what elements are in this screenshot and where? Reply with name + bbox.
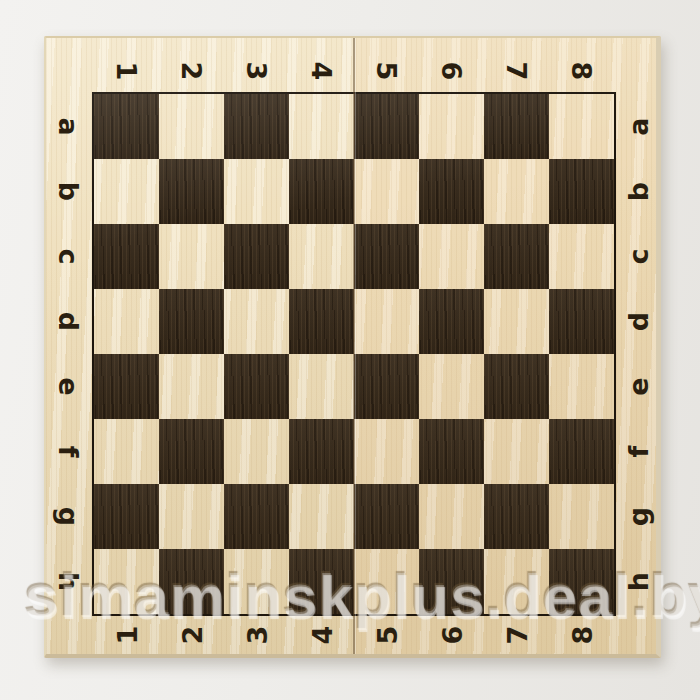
rank-label-bottom-1: 1: [108, 603, 146, 668]
square-f1: [94, 419, 159, 484]
square-b4: [289, 159, 354, 224]
file-labels-right: abcdefgh: [618, 94, 658, 614]
square-e7: [484, 354, 549, 419]
square-f6: [419, 419, 484, 484]
square-g4: [289, 484, 354, 549]
file-label-left-f: f: [36, 430, 101, 474]
file-label-left-b: b: [36, 170, 101, 214]
square-b8: [549, 159, 614, 224]
square-f8: [549, 419, 614, 484]
rank-label-bottom-8: 8: [563, 603, 601, 668]
square-g7: [484, 484, 549, 549]
rank-label-top-6: 6: [431, 39, 473, 104]
file-label-left-g: g: [36, 495, 101, 539]
file-label-right-a: a: [606, 107, 671, 147]
square-d2: [159, 289, 224, 354]
file-labels-left: abcdefgh: [46, 94, 90, 614]
square-c4: [289, 224, 354, 289]
square-a8: [549, 94, 614, 159]
rank-label-top-1: 1: [106, 39, 148, 104]
square-a4: [289, 94, 354, 159]
square-e2: [159, 354, 224, 419]
square-b3: [224, 159, 289, 224]
rank-label-bottom-5: 5: [368, 603, 406, 668]
square-b2: [159, 159, 224, 224]
square-d6: [419, 289, 484, 354]
rank-label-bottom-3: 3: [238, 603, 276, 668]
square-e1: [94, 354, 159, 419]
square-a7: [484, 94, 549, 159]
square-a5: [354, 94, 419, 159]
file-label-left-c: c: [36, 235, 101, 279]
square-c5: [354, 224, 419, 289]
rank-label-bottom-7: 7: [498, 603, 536, 668]
square-b6: [419, 159, 484, 224]
file-label-left-h: h: [36, 560, 101, 604]
square-c6: [419, 224, 484, 289]
rank-label-top-8: 8: [561, 39, 603, 104]
square-e5: [354, 354, 419, 419]
square-g8: [549, 484, 614, 549]
square-g1: [94, 484, 159, 549]
square-c7: [484, 224, 549, 289]
square-b1: [94, 159, 159, 224]
rank-label-top-5: 5: [366, 39, 408, 104]
square-f7: [484, 419, 549, 484]
rank-label-top-7: 7: [496, 39, 538, 104]
file-label-right-f: f: [606, 432, 671, 472]
file-label-right-d: d: [606, 302, 671, 342]
rank-label-bottom-6: 6: [433, 603, 471, 668]
square-d5: [354, 289, 419, 354]
file-label-right-h: h: [606, 562, 671, 602]
file-label-left-e: e: [36, 365, 101, 409]
square-g2: [159, 484, 224, 549]
square-d1: [94, 289, 159, 354]
square-a2: [159, 94, 224, 159]
square-e3: [224, 354, 289, 419]
square-a6: [419, 94, 484, 159]
square-d3: [224, 289, 289, 354]
file-label-right-e: e: [606, 367, 671, 407]
square-e6: [419, 354, 484, 419]
rank-label-top-4: 4: [301, 39, 343, 104]
square-d4: [289, 289, 354, 354]
square-e4: [289, 354, 354, 419]
file-label-right-b: b: [606, 172, 671, 212]
square-f3: [224, 419, 289, 484]
file-label-right-c: c: [606, 237, 671, 277]
square-c2: [159, 224, 224, 289]
rank-label-top-2: 2: [171, 39, 213, 104]
file-label-right-g: g: [606, 497, 671, 537]
square-c1: [94, 224, 159, 289]
square-e8: [549, 354, 614, 419]
square-g5: [354, 484, 419, 549]
rank-label-bottom-2: 2: [173, 603, 211, 668]
square-a3: [224, 94, 289, 159]
square-c8: [549, 224, 614, 289]
rank-label-top-3: 3: [236, 39, 278, 104]
file-label-left-a: a: [36, 105, 101, 149]
rank-label-bottom-4: 4: [303, 603, 341, 668]
square-d7: [484, 289, 549, 354]
square-d8: [549, 289, 614, 354]
square-g6: [419, 484, 484, 549]
square-f2: [159, 419, 224, 484]
square-b7: [484, 159, 549, 224]
square-a1: [94, 94, 159, 159]
board-fold-seam: [353, 38, 355, 654]
file-label-left-d: d: [36, 300, 101, 344]
square-f4: [289, 419, 354, 484]
square-g3: [224, 484, 289, 549]
square-b5: [354, 159, 419, 224]
square-f5: [354, 419, 419, 484]
square-c3: [224, 224, 289, 289]
chess-board: 12345678 12345678 abcdefgh abcdefgh: [44, 36, 661, 658]
